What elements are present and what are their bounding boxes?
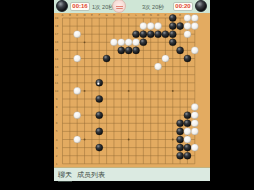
- white-stone: [184, 136, 191, 143]
- white-stone: [191, 23, 198, 30]
- black-stone: [155, 31, 162, 38]
- white-stone: [184, 23, 191, 30]
- black-stone: [177, 120, 184, 127]
- row-label: 14: [55, 57, 59, 61]
- black-stone: [96, 112, 103, 119]
- white-stone: [74, 136, 81, 143]
- col-label: K: [128, 13, 130, 17]
- white-stone: [155, 63, 162, 70]
- col-label: N: [150, 13, 152, 17]
- black-stone: [177, 144, 184, 151]
- row-label: 2: [56, 154, 58, 158]
- row-label: 17: [55, 32, 59, 36]
- white-stone: [191, 14, 198, 21]
- white-stone: [74, 31, 81, 38]
- white-stone: [191, 120, 198, 127]
- row-label: 12: [55, 73, 59, 77]
- black-stone: [177, 47, 184, 54]
- black-stone: [177, 23, 184, 30]
- white-stone: [191, 47, 198, 54]
- white-stone: [74, 55, 81, 62]
- black-stone: [184, 144, 191, 151]
- col-label: L: [135, 13, 137, 17]
- black-stone: [169, 23, 176, 30]
- black-stone: [118, 47, 125, 54]
- black-stone: [96, 79, 103, 86]
- black-stone: [177, 136, 184, 143]
- black-timer: 00:16: [70, 2, 90, 12]
- row-label: 11: [55, 81, 59, 85]
- white-stone: [191, 112, 198, 119]
- white-byoyomi-label: 3次 20秒: [142, 3, 164, 11]
- tab-member-list-label: 成员列表: [77, 171, 105, 178]
- col-label: A: [62, 13, 64, 17]
- white-stone: [118, 39, 125, 46]
- row-label: 1: [56, 162, 58, 166]
- row-label: 18: [55, 24, 59, 28]
- row-label: 15: [55, 48, 59, 52]
- row-label: 9: [56, 97, 58, 101]
- black-stone: [132, 31, 139, 38]
- row-label: 10: [55, 89, 59, 93]
- row-label: 7: [56, 113, 58, 117]
- col-label: H: [113, 13, 115, 17]
- go-app-window: 00:16 1次 20秒 3次 20秒 00:20 A19B18C17D16E1…: [54, 0, 210, 181]
- col-label: E: [91, 13, 93, 17]
- row-label: 13: [55, 65, 59, 69]
- col-label: J: [120, 13, 122, 17]
- white-stone: [191, 144, 198, 151]
- white-stone: [74, 112, 81, 119]
- white-stone-avatar[interactable]: [195, 0, 207, 12]
- screenshot-stage: 00:16 1次 20秒 3次 20秒 00:20 A19B18C17D16E1…: [0, 0, 254, 190]
- bottom-tab-bar: 聊天 成员列表: [54, 167, 210, 181]
- black-stone: [169, 39, 176, 46]
- black-stone: [184, 120, 191, 127]
- black-stone: [177, 128, 184, 135]
- col-label: B: [69, 13, 71, 17]
- col-label: P: [165, 13, 167, 17]
- black-stone-avatar[interactable]: [56, 0, 68, 12]
- col-label: O: [157, 13, 160, 17]
- white-stone: [155, 23, 162, 30]
- row-label: 19: [55, 16, 59, 20]
- white-stone: [191, 104, 198, 111]
- tab-chat[interactable]: 聊天: [58, 170, 72, 180]
- black-stone: [184, 152, 191, 159]
- go-board-grid[interactable]: A19B18C17D16E15F14G13H12J11K10L9M8N7O6P5…: [54, 13, 210, 167]
- white-stone: [184, 128, 191, 135]
- black-stone: [96, 95, 103, 102]
- black-stone: [169, 14, 176, 21]
- col-label: R: [179, 13, 181, 17]
- white-stone: [147, 23, 154, 30]
- white-stone: [125, 39, 132, 46]
- black-stone: [169, 31, 176, 38]
- game-header: 00:16 1次 20秒 3次 20秒 00:20: [54, 0, 210, 13]
- black-stone: [140, 39, 147, 46]
- black-stone: [177, 152, 184, 159]
- col-label: M: [142, 13, 145, 17]
- white-stone: [184, 31, 191, 38]
- tab-member-list[interactable]: 成员列表: [77, 170, 105, 180]
- white-stone: [140, 23, 147, 30]
- white-stone: [191, 128, 198, 135]
- black-stone: [162, 31, 169, 38]
- black-stone: [103, 55, 110, 62]
- col-label: C: [76, 13, 78, 17]
- black-stone: [132, 47, 139, 54]
- black-stone: [140, 31, 147, 38]
- row-label: 6: [56, 121, 58, 125]
- black-stone: [184, 55, 191, 62]
- col-label: D: [83, 13, 85, 17]
- white-stone: [74, 87, 81, 94]
- white-stone: [184, 14, 191, 21]
- row-label: 8: [56, 105, 58, 109]
- col-label: F: [98, 13, 100, 17]
- black-stone: [96, 144, 103, 151]
- red-seal-badge: [112, 0, 126, 13]
- row-label: 16: [55, 40, 59, 44]
- go-board[interactable]: A19B18C17D16E15F14G13H12J11K10L9M8N7O6P5…: [54, 13, 210, 167]
- col-label: G: [106, 13, 108, 17]
- white-stone: [110, 39, 117, 46]
- black-stone: [147, 31, 154, 38]
- white-stone: [162, 55, 169, 62]
- black-byoyomi-label: 1次 20秒: [92, 3, 114, 11]
- black-stone: [125, 47, 132, 54]
- white-stone: [132, 39, 139, 46]
- row-label: 4: [56, 138, 58, 142]
- row-label: 5: [56, 129, 58, 133]
- black-stone: [184, 112, 191, 119]
- black-stone: [96, 128, 103, 135]
- row-label: 3: [56, 146, 58, 150]
- tab-chat-label: 聊天: [58, 171, 72, 178]
- last-move-marker: [97, 83, 99, 85]
- white-timer: 00:20: [173, 2, 193, 12]
- active-tab-underline: [58, 181, 72, 183]
